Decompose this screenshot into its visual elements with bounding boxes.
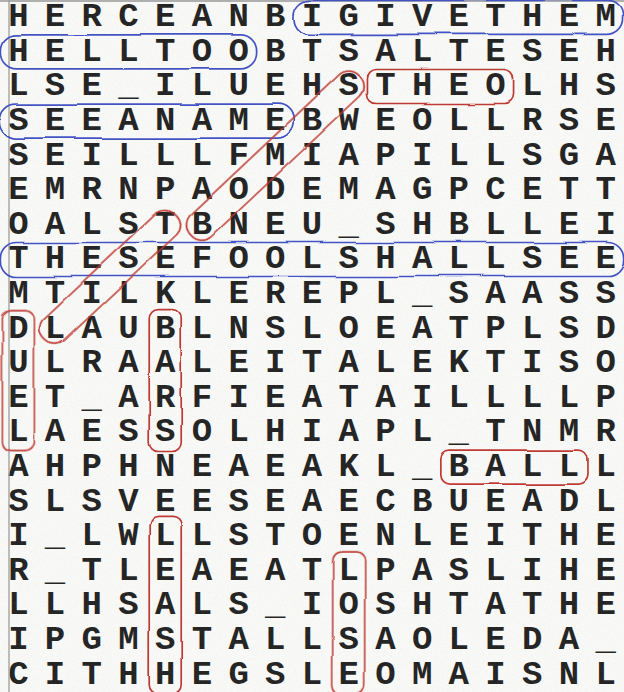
cell-r8-c10: S xyxy=(330,242,367,277)
cell-r7-c13: B xyxy=(440,208,477,243)
cell-r3-c15: L xyxy=(514,69,551,104)
cell-r7-c16: E xyxy=(551,208,588,243)
cell-r6-c17: T xyxy=(587,173,624,208)
cell-r5-c14: L xyxy=(477,138,514,173)
cell-r12-c14: L xyxy=(477,381,514,416)
cell-r9-c11: L xyxy=(367,277,404,312)
cell-r19-c11: A xyxy=(367,623,404,658)
cell-r18-c13: T xyxy=(440,588,477,623)
cell-r11-c9: T xyxy=(294,346,331,381)
cell-r12-c9: A xyxy=(294,381,331,416)
cell-r15-c7: S xyxy=(220,484,257,519)
cell-r3-c17: S xyxy=(587,69,624,104)
cell-r12-c17: P xyxy=(587,381,624,416)
cell-r1-c16: E xyxy=(551,0,588,35)
cell-r18-c3: H xyxy=(73,588,110,623)
cell-r13-c8: H xyxy=(257,415,294,450)
cell-r13-c11: P xyxy=(367,415,404,450)
cell-r10-c13: T xyxy=(440,311,477,346)
cell-r9-c15: A xyxy=(514,277,551,312)
cell-r12-c8: E xyxy=(257,381,294,416)
cell-r19-c16: A xyxy=(551,623,588,658)
cell-r16-c1: I xyxy=(0,519,37,554)
cell-r6-c13: P xyxy=(440,173,477,208)
cell-r20-c15: S xyxy=(514,657,551,692)
cell-r13-c5: S xyxy=(147,415,184,450)
cell-r3-c7: U xyxy=(220,69,257,104)
cell-r8-c7: O xyxy=(220,242,257,277)
cell-r20-c5: H xyxy=(147,657,184,692)
cell-r2-c16: E xyxy=(551,35,588,70)
cell-r15-c13: U xyxy=(440,484,477,519)
cell-r12-c4: A xyxy=(110,381,147,416)
cell-r14-c6: E xyxy=(184,450,221,485)
cell-r2-c5: T xyxy=(147,35,184,70)
cell-r9-c4: L xyxy=(110,277,147,312)
cell-r11-c17: O xyxy=(587,346,624,381)
cell-r6-c9: E xyxy=(294,173,331,208)
cell-r1-c11: I xyxy=(367,0,404,35)
cell-r11-c1: U xyxy=(0,346,37,381)
cell-r3-c13: E xyxy=(440,69,477,104)
cell-r10-c16: S xyxy=(551,311,588,346)
cell-r9-c3: I xyxy=(73,277,110,312)
cell-r17-c1: R xyxy=(0,554,37,589)
cell-r15-c8: E xyxy=(257,484,294,519)
cell-r9-c7: E xyxy=(220,277,257,312)
cell-r5-c12: I xyxy=(404,138,441,173)
cell-r4-c13: L xyxy=(440,104,477,139)
cell-r7-c15: L xyxy=(514,208,551,243)
cell-r19-c7: A xyxy=(220,623,257,658)
cell-r20-c16: N xyxy=(551,657,588,692)
cell-r20-c6: E xyxy=(184,657,221,692)
cell-r12-c11: A xyxy=(367,381,404,416)
cell-r6-c2: M xyxy=(37,173,74,208)
cell-r15-c11: C xyxy=(367,484,404,519)
cell-r17-c3: T xyxy=(73,554,110,589)
cell-r9-c13: S xyxy=(440,277,477,312)
cell-r13-c12: L xyxy=(404,415,441,450)
cell-r18-c10: O xyxy=(330,588,367,623)
cell-r5-c5: L xyxy=(147,138,184,173)
cell-r15-c10: E xyxy=(330,484,367,519)
cell-r20-c7: G xyxy=(220,657,257,692)
cell-r16-c9: O xyxy=(294,519,331,554)
cell-r1-c7: N xyxy=(220,0,257,35)
cell-r6-c16: T xyxy=(551,173,588,208)
cell-r14-c13: B xyxy=(440,450,477,485)
cell-r17-c10: L xyxy=(330,554,367,589)
cell-r1-c14: T xyxy=(477,0,514,35)
cell-r19-c3: G xyxy=(73,623,110,658)
cell-r20-c2: I xyxy=(37,657,74,692)
cell-r11-c12: E xyxy=(404,346,441,381)
cell-r17-c15: I xyxy=(514,554,551,589)
cell-r19-c4: M xyxy=(110,623,147,658)
cell-r3-c5: I xyxy=(147,69,184,104)
cell-r19-c6: T xyxy=(184,623,221,658)
cell-r11-c6: L xyxy=(184,346,221,381)
cell-r17-c14: L xyxy=(477,554,514,589)
cell-r10-c6: L xyxy=(184,311,221,346)
cell-r11-c3: R xyxy=(73,346,110,381)
word-search-grid: HERCEANBIGIVETHEMHELLTOOBTSALTESEHLSE_IL… xyxy=(0,0,624,692)
cell-r18-c9: I xyxy=(294,588,331,623)
cell-r12-c6: F xyxy=(184,381,221,416)
cell-r20-c13: A xyxy=(440,657,477,692)
cell-r1-c2: E xyxy=(37,0,74,35)
cell-r7-c17: I xyxy=(587,208,624,243)
cell-r2-c1: H xyxy=(0,35,37,70)
cell-r14-c15: L xyxy=(514,450,551,485)
cell-r9-c17: S xyxy=(587,277,624,312)
cell-r20-c12: M xyxy=(404,657,441,692)
cell-r6-c14: C xyxy=(477,173,514,208)
cell-r10-c17: D xyxy=(587,311,624,346)
cell-r8-c8: O xyxy=(257,242,294,277)
cell-r15-c12: B xyxy=(404,484,441,519)
cell-r16-c10: E xyxy=(330,519,367,554)
cell-r9-c12: _ xyxy=(404,277,441,312)
cell-r12-c2: T xyxy=(37,381,74,416)
cell-r15-c3: S xyxy=(73,484,110,519)
cell-r5-c8: M xyxy=(257,138,294,173)
cell-r16-c14: I xyxy=(477,519,514,554)
cell-r4-c16: S xyxy=(551,104,588,139)
cell-r3-c10: S xyxy=(330,69,367,104)
cell-r13-c1: L xyxy=(0,415,37,450)
cell-r11-c4: A xyxy=(110,346,147,381)
cell-r11-c16: S xyxy=(551,346,588,381)
cell-r10-c2: L xyxy=(37,311,74,346)
cell-r15-c15: A xyxy=(514,484,551,519)
cell-r9-c8: R xyxy=(257,277,294,312)
cell-r13-c10: A xyxy=(330,415,367,450)
cell-r2-c17: H xyxy=(587,35,624,70)
cell-r4-c17: E xyxy=(587,104,624,139)
cell-r6-c6: A xyxy=(184,173,221,208)
cell-r18-c1: L xyxy=(0,588,37,623)
cell-r10-c8: S xyxy=(257,311,294,346)
cell-r6-c7: O xyxy=(220,173,257,208)
cell-r8-c5: E xyxy=(147,242,184,277)
cell-r16-c15: T xyxy=(514,519,551,554)
cell-r16-c2: _ xyxy=(37,519,74,554)
cell-r16-c12: L xyxy=(404,519,441,554)
scan-border-left xyxy=(8,0,10,692)
cell-r12-c3: _ xyxy=(73,381,110,416)
cell-r10-c3: A xyxy=(73,311,110,346)
cell-r17-c16: H xyxy=(551,554,588,589)
cell-r19-c2: P xyxy=(37,623,74,658)
cell-r14-c9: A xyxy=(294,450,331,485)
cell-r2-c12: L xyxy=(404,35,441,70)
cell-r11-c5: A xyxy=(147,346,184,381)
cell-r17-c8: A xyxy=(257,554,294,589)
cell-r10-c12: A xyxy=(404,311,441,346)
cell-r19-c14: E xyxy=(477,623,514,658)
cell-r8-c11: H xyxy=(367,242,404,277)
cell-r17-c7: E xyxy=(220,554,257,589)
cell-r5-c10: A xyxy=(330,138,367,173)
cell-r12-c13: L xyxy=(440,381,477,416)
cell-r12-c16: L xyxy=(551,381,588,416)
cell-r8-c13: L xyxy=(440,242,477,277)
cell-r8-c3: E xyxy=(73,242,110,277)
cell-r16-c3: L xyxy=(73,519,110,554)
cell-r1-c9: I xyxy=(294,0,331,35)
cell-r10-c7: N xyxy=(220,311,257,346)
cell-r20-c14: I xyxy=(477,657,514,692)
cell-r5-c7: F xyxy=(220,138,257,173)
cell-r1-c10: G xyxy=(330,0,367,35)
cell-r5-c11: P xyxy=(367,138,404,173)
cell-r9-c9: E xyxy=(294,277,331,312)
cell-r6-c10: M xyxy=(330,173,367,208)
cell-r2-c11: A xyxy=(367,35,404,70)
cell-r20-c4: H xyxy=(110,657,147,692)
cell-r2-c6: O xyxy=(184,35,221,70)
cell-r1-c4: C xyxy=(110,0,147,35)
cell-r20-c8: S xyxy=(257,657,294,692)
cell-r11-c13: K xyxy=(440,346,477,381)
cell-r5-c16: G xyxy=(551,138,588,173)
cell-r13-c2: A xyxy=(37,415,74,450)
cell-r8-c4: S xyxy=(110,242,147,277)
cell-r11-c11: L xyxy=(367,346,404,381)
cell-r14-c16: L xyxy=(551,450,588,485)
cell-r19-c15: D xyxy=(514,623,551,658)
cell-r20-c11: O xyxy=(367,657,404,692)
cell-r5-c6: L xyxy=(184,138,221,173)
cell-r18-c16: H xyxy=(551,588,588,623)
cell-r2-c3: L xyxy=(73,35,110,70)
cell-r10-c9: L xyxy=(294,311,331,346)
cell-r10-c15: L xyxy=(514,311,551,346)
cell-r17-c6: A xyxy=(184,554,221,589)
cell-r18-c4: S xyxy=(110,588,147,623)
cell-r4-c11: E xyxy=(367,104,404,139)
cell-r19-c8: L xyxy=(257,623,294,658)
cell-r2-c15: S xyxy=(514,35,551,70)
cell-r7-c4: S xyxy=(110,208,147,243)
cell-r1-c13: E xyxy=(440,0,477,35)
cell-r7-c7: N xyxy=(220,208,257,243)
cell-r10-c11: E xyxy=(367,311,404,346)
cell-r1-c15: H xyxy=(514,0,551,35)
cell-r16-c6: L xyxy=(184,519,221,554)
cell-r19-c5: S xyxy=(147,623,184,658)
cell-r15-c17: L xyxy=(587,484,624,519)
cell-r15-c6: E xyxy=(184,484,221,519)
cell-r20-c9: L xyxy=(294,657,331,692)
cell-r15-c2: L xyxy=(37,484,74,519)
cell-r2-c4: L xyxy=(110,35,147,70)
cell-r18-c17: E xyxy=(587,588,624,623)
cell-r11-c2: L xyxy=(37,346,74,381)
cell-r4-c12: O xyxy=(404,104,441,139)
cell-r10-c5: B xyxy=(147,311,184,346)
cell-r17-c5: E xyxy=(147,554,184,589)
cell-r3-c2: S xyxy=(37,69,74,104)
cell-r15-c5: E xyxy=(147,484,184,519)
cell-r9-c14: A xyxy=(477,277,514,312)
cell-r5-c13: L xyxy=(440,138,477,173)
cell-r6-c3: R xyxy=(73,173,110,208)
cell-r3-c8: E xyxy=(257,69,294,104)
scanned-word-search-page: HERCEANBIGIVETHEMHELLTOOBTSALTESEHLSE_IL… xyxy=(0,0,624,692)
cell-r3-c1: L xyxy=(0,69,37,104)
cell-r18-c7: S xyxy=(220,588,257,623)
cell-r13-c6: O xyxy=(184,415,221,450)
scan-border-top xyxy=(0,0,624,2)
cell-r9-c1: M xyxy=(0,277,37,312)
cell-r14-c7: A xyxy=(220,450,257,485)
cell-r19-c10: S xyxy=(330,623,367,658)
cell-r4-c1: S xyxy=(0,104,37,139)
cell-r18-c11: S xyxy=(367,588,404,623)
cell-r5-c9: I xyxy=(294,138,331,173)
cell-r16-c4: W xyxy=(110,519,147,554)
cell-r8-c6: F xyxy=(184,242,221,277)
cell-r7-c6: B xyxy=(184,208,221,243)
cell-r14-c14: A xyxy=(477,450,514,485)
cell-r3-c6: L xyxy=(184,69,221,104)
cell-r8-c14: L xyxy=(477,242,514,277)
cell-r3-c11: T xyxy=(367,69,404,104)
cell-r10-c10: O xyxy=(330,311,367,346)
cell-r18-c8: _ xyxy=(257,588,294,623)
cell-r20-c1: C xyxy=(0,657,37,692)
cell-r19-c17: _ xyxy=(587,623,624,658)
cell-r14-c2: H xyxy=(37,450,74,485)
cell-r18-c15: T xyxy=(514,588,551,623)
cell-r1-c5: E xyxy=(147,0,184,35)
cell-r3-c12: H xyxy=(404,69,441,104)
cell-r5-c3: I xyxy=(73,138,110,173)
cell-r12-c1: E xyxy=(0,381,37,416)
cell-r16-c7: S xyxy=(220,519,257,554)
cell-r15-c4: V xyxy=(110,484,147,519)
cell-r20-c3: T xyxy=(73,657,110,692)
cell-r8-c2: H xyxy=(37,242,74,277)
cell-r15-c16: D xyxy=(551,484,588,519)
cell-r17-c9: T xyxy=(294,554,331,589)
cell-r20-c17: L xyxy=(587,657,624,692)
cell-r12-c15: L xyxy=(514,381,551,416)
cell-r17-c2: _ xyxy=(37,554,74,589)
cell-r4-c3: E xyxy=(73,104,110,139)
cell-r20-c10: E xyxy=(330,657,367,692)
cell-r6-c12: G xyxy=(404,173,441,208)
cell-r8-c17: E xyxy=(587,242,624,277)
cell-r5-c17: A xyxy=(587,138,624,173)
cell-r5-c1: S xyxy=(0,138,37,173)
cell-r8-c12: A xyxy=(404,242,441,277)
cell-r19-c12: O xyxy=(404,623,441,658)
cell-r13-c3: E xyxy=(73,415,110,450)
cell-r19-c1: I xyxy=(0,623,37,658)
cell-r8-c16: E xyxy=(551,242,588,277)
cell-r1-c17: M xyxy=(587,0,624,35)
cell-r8-c1: T xyxy=(0,242,37,277)
cell-r18-c6: L xyxy=(184,588,221,623)
cell-r2-c14: E xyxy=(477,35,514,70)
cell-r18-c14: A xyxy=(477,588,514,623)
cell-r9-c10: P xyxy=(330,277,367,312)
cell-r11-c15: I xyxy=(514,346,551,381)
cell-r7-c14: L xyxy=(477,208,514,243)
cell-r17-c17: E xyxy=(587,554,624,589)
cell-r4-c6: A xyxy=(184,104,221,139)
cell-r12-c12: I xyxy=(404,381,441,416)
cell-r5-c2: E xyxy=(37,138,74,173)
cell-r2-c10: S xyxy=(330,35,367,70)
cell-r9-c5: K xyxy=(147,277,184,312)
cell-r4-c7: M xyxy=(220,104,257,139)
cell-r18-c12: H xyxy=(404,588,441,623)
cell-r3-c4: _ xyxy=(110,69,147,104)
cell-r17-c13: S xyxy=(440,554,477,589)
cell-r1-c6: A xyxy=(184,0,221,35)
cell-r4-c8: E xyxy=(257,104,294,139)
cell-r15-c9: A xyxy=(294,484,331,519)
cell-r5-c4: L xyxy=(110,138,147,173)
cell-r11-c14: T xyxy=(477,346,514,381)
cell-r18-c2: L xyxy=(37,588,74,623)
cell-r3-c16: H xyxy=(551,69,588,104)
cell-r11-c8: I xyxy=(257,346,294,381)
cell-r4-c4: A xyxy=(110,104,147,139)
cell-r16-c16: H xyxy=(551,519,588,554)
cell-r4-c9: B xyxy=(294,104,331,139)
cell-r7-c12: H xyxy=(404,208,441,243)
cell-r14-c11: L xyxy=(367,450,404,485)
cell-r3-c3: E xyxy=(73,69,110,104)
cell-r7-c9: U xyxy=(294,208,331,243)
cell-r7-c10: _ xyxy=(330,208,367,243)
cell-r2-c2: E xyxy=(37,35,74,70)
cell-r4-c5: N xyxy=(147,104,184,139)
cell-r2-c13: T xyxy=(440,35,477,70)
cell-r2-c7: O xyxy=(220,35,257,70)
cell-r13-c4: S xyxy=(110,415,147,450)
cell-r4-c14: L xyxy=(477,104,514,139)
cell-r7-c11: S xyxy=(367,208,404,243)
cell-r1-c12: V xyxy=(404,0,441,35)
cell-r14-c3: P xyxy=(73,450,110,485)
cell-r1-c1: H xyxy=(0,0,37,35)
cell-r10-c1: D xyxy=(0,311,37,346)
cell-r1-c8: B xyxy=(257,0,294,35)
cell-r12-c7: I xyxy=(220,381,257,416)
cell-r14-c17: L xyxy=(587,450,624,485)
cell-r14-c1: A xyxy=(0,450,37,485)
cell-r17-c4: L xyxy=(110,554,147,589)
cell-r3-c9: H xyxy=(294,69,331,104)
cell-r14-c5: N xyxy=(147,450,184,485)
cell-r6-c1: E xyxy=(0,173,37,208)
cell-r2-c8: B xyxy=(257,35,294,70)
cell-r11-c10: A xyxy=(330,346,367,381)
cell-r12-c5: R xyxy=(147,381,184,416)
cell-r14-c12: _ xyxy=(404,450,441,485)
cell-r16-c8: T xyxy=(257,519,294,554)
cell-r13-c16: M xyxy=(551,415,588,450)
cell-r14-c4: H xyxy=(110,450,147,485)
cell-r7-c1: O xyxy=(0,208,37,243)
